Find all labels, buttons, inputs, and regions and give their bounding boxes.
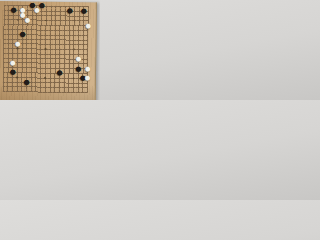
board-grid: ●●●●●●●●●●●●●●●●●●●●● xyxy=(1,3,91,95)
photo-frame: { "game": "go", "board": { "size": 19, "… xyxy=(0,0,100,100)
board-intersection[interactable] xyxy=(85,90,90,95)
go-board: ●●●●●●●●●●●●●●●●●●●●● xyxy=(0,1,97,100)
